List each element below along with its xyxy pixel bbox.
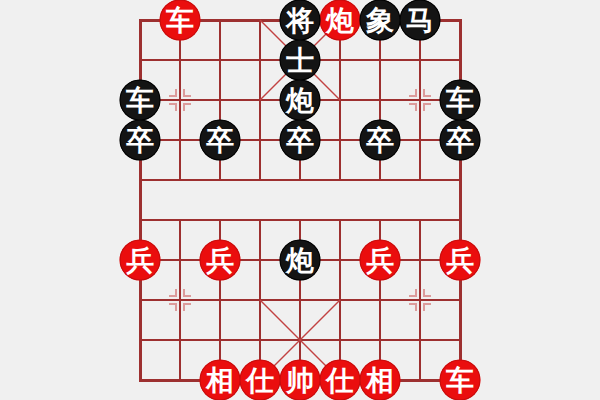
piece-black-pawn[interactable]: 卒 — [280, 120, 321, 161]
piece-black-horse[interactable]: 马 — [400, 0, 441, 41]
piece-red-advisor[interactable]: 仕 — [240, 360, 281, 400]
point-marker-bracket — [184, 304, 191, 311]
point-marker-bracket — [424, 304, 431, 311]
xiangqi-board[interactable]: 车炮将象马士车炮车卒卒卒卒卒兵兵炮兵兵相仕帅仕相车 — [0, 0, 600, 400]
piece-red-elephant[interactable]: 相 — [360, 360, 401, 400]
piece-red-pawn[interactable]: 兵 — [120, 240, 161, 281]
piece-black-advisor[interactable]: 士 — [280, 40, 321, 81]
piece-black-chariot[interactable]: 车 — [440, 80, 481, 121]
point-marker-bracket — [409, 89, 416, 96]
piece-red-elephant[interactable]: 相 — [200, 360, 241, 400]
point-marker-bracket — [169, 289, 176, 296]
piece-red-general[interactable]: 帅 — [280, 360, 321, 400]
point-marker-bracket — [184, 89, 191, 96]
point-marker-bracket — [169, 304, 176, 311]
point-marker-bracket — [184, 104, 191, 111]
piece-black-pawn[interactable]: 卒 — [360, 120, 401, 161]
piece-black-general[interactable]: 将 — [280, 0, 321, 41]
piece-black-pawn[interactable]: 卒 — [440, 120, 481, 161]
piece-red-pawn[interactable]: 兵 — [440, 240, 481, 281]
piece-red-advisor[interactable]: 仕 — [320, 360, 361, 400]
piece-black-cannon[interactable]: 炮 — [280, 80, 321, 121]
piece-black-cannon[interactable]: 炮 — [280, 240, 321, 281]
point-marker-bracket — [169, 104, 176, 111]
point-marker-bracket — [409, 304, 416, 311]
piece-red-pawn[interactable]: 兵 — [360, 240, 401, 281]
piece-black-elephant[interactable]: 象 — [360, 0, 401, 41]
piece-black-chariot[interactable]: 车 — [120, 80, 161, 121]
point-marker-bracket — [409, 289, 416, 296]
point-marker-bracket — [424, 104, 431, 111]
piece-black-pawn[interactable]: 卒 — [200, 120, 241, 161]
point-marker-bracket — [424, 289, 431, 296]
point-marker-bracket — [184, 289, 191, 296]
piece-red-chariot[interactable]: 车 — [160, 0, 201, 41]
point-marker-bracket — [409, 104, 416, 111]
piece-red-pawn[interactable]: 兵 — [200, 240, 241, 281]
point-marker-bracket — [424, 89, 431, 96]
piece-black-pawn[interactable]: 卒 — [120, 120, 161, 161]
point-marker-bracket — [169, 89, 176, 96]
piece-red-cannon[interactable]: 炮 — [320, 0, 361, 41]
piece-red-chariot[interactable]: 车 — [440, 360, 481, 400]
